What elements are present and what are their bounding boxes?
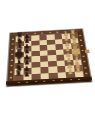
piece-white-rook[interactable]: ♜ xyxy=(71,67,85,76)
file-label-mark xyxy=(49,32,51,33)
chess-board: ♜♞♝♛♚♝♞♜♟♟♟♟♟♟♟♟♟♟♟♟♟♟♟♟♜♞♝♛♚♝♞♜ xyxy=(7,29,91,86)
chess-set-product-photo: ♜♞♝♛♚♝♞♜♟♟♟♟♟♟♟♟♟♟♟♟♟♟♟♟♜♞♝♛♚♝♞♜ xyxy=(0,0,95,126)
file-label-mark xyxy=(41,33,43,34)
piece-black-pawn[interactable]: ♟ xyxy=(19,71,33,79)
file-label-mark xyxy=(34,33,36,34)
file-label-mark xyxy=(56,32,58,33)
rank-label-mark xyxy=(9,77,11,79)
board-tilt-wrapper: ♜♞♝♛♚♝♞♜♟♟♟♟♟♟♟♟♟♟♟♟♟♟♟♟♜♞♝♛♚♝♞♜ xyxy=(2,29,92,98)
brass-clasp xyxy=(84,50,88,54)
